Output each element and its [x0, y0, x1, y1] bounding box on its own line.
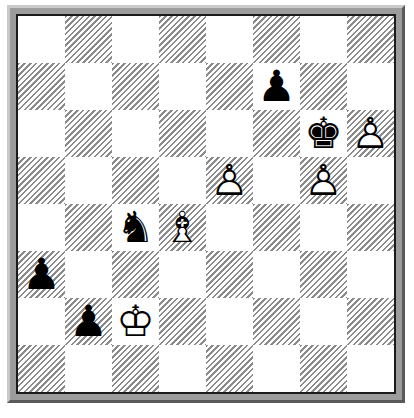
square-b3[interactable]: [65, 251, 112, 298]
square-a3[interactable]: ♟: [18, 251, 65, 298]
square-f4[interactable]: [253, 204, 300, 251]
diagram-page: ♟♚♟♙♟♙♟♙♞♝♗♟♟♚♔: [0, 0, 414, 418]
square-d6[interactable]: [159, 110, 206, 157]
square-d7[interactable]: [159, 63, 206, 110]
piece-white-bishop-icon: ♝♗: [159, 204, 206, 251]
square-c6[interactable]: [112, 110, 159, 157]
square-f3[interactable]: [253, 251, 300, 298]
square-f7[interactable]: ♟: [253, 63, 300, 110]
square-h5[interactable]: [347, 157, 394, 204]
square-g1[interactable]: [300, 345, 347, 392]
square-b7[interactable]: [65, 63, 112, 110]
square-e4[interactable]: [206, 204, 253, 251]
square-c7[interactable]: [112, 63, 159, 110]
square-c3[interactable]: [112, 251, 159, 298]
square-h7[interactable]: [347, 63, 394, 110]
square-f6[interactable]: [253, 110, 300, 157]
square-d3[interactable]: [159, 251, 206, 298]
square-a6[interactable]: [18, 110, 65, 157]
square-e3[interactable]: [206, 251, 253, 298]
piece-glyph: ♔: [112, 298, 159, 345]
square-a5[interactable]: [18, 157, 65, 204]
square-c5[interactable]: [112, 157, 159, 204]
square-h1[interactable]: [347, 345, 394, 392]
square-a2[interactable]: [18, 298, 65, 345]
piece-white-pawn-icon: ♟♙: [300, 157, 347, 204]
square-h4[interactable]: [347, 204, 394, 251]
piece-glyph: ♟: [253, 63, 300, 110]
square-g7[interactable]: [300, 63, 347, 110]
square-e7[interactable]: [206, 63, 253, 110]
square-d1[interactable]: [159, 345, 206, 392]
piece-white-pawn-icon: ♟♙: [347, 110, 394, 157]
piece-glyph: ♗: [159, 204, 206, 251]
square-e6[interactable]: [206, 110, 253, 157]
square-c2[interactable]: ♚♔: [112, 298, 159, 345]
square-g8[interactable]: [300, 16, 347, 63]
square-e1[interactable]: [206, 345, 253, 392]
board-inner-border: ♟♚♟♙♟♙♟♙♞♝♗♟♟♚♔: [16, 14, 396, 394]
square-b2[interactable]: ♟: [65, 298, 112, 345]
piece-glyph: ♚: [300, 110, 347, 157]
square-f8[interactable]: [253, 16, 300, 63]
square-b8[interactable]: [65, 16, 112, 63]
square-c4[interactable]: ♞: [112, 204, 159, 251]
piece-white-king-icon: ♚♔: [112, 298, 159, 345]
piece-black-pawn-icon: ♟: [65, 298, 112, 345]
square-a7[interactable]: [18, 63, 65, 110]
square-g4[interactable]: [300, 204, 347, 251]
piece-glyph: ♟: [18, 251, 65, 298]
piece-white-pawn-icon: ♟♙: [206, 157, 253, 204]
square-b4[interactable]: [65, 204, 112, 251]
square-e5[interactable]: ♟♙: [206, 157, 253, 204]
square-b6[interactable]: [65, 110, 112, 157]
piece-glyph: ♙: [347, 110, 394, 157]
square-d4[interactable]: ♝♗: [159, 204, 206, 251]
chess-board: ♟♚♟♙♟♙♟♙♞♝♗♟♟♚♔: [18, 16, 394, 392]
square-e2[interactable]: [206, 298, 253, 345]
square-a8[interactable]: [18, 16, 65, 63]
square-h8[interactable]: [347, 16, 394, 63]
square-f2[interactable]: [253, 298, 300, 345]
square-h2[interactable]: [347, 298, 394, 345]
square-d8[interactable]: [159, 16, 206, 63]
piece-glyph: ♞: [112, 204, 159, 251]
square-g6[interactable]: ♚: [300, 110, 347, 157]
piece-black-pawn-icon: ♟: [18, 251, 65, 298]
piece-black-pawn-icon: ♟: [253, 63, 300, 110]
piece-glyph: ♟: [65, 298, 112, 345]
square-d2[interactable]: [159, 298, 206, 345]
square-g5[interactable]: ♟♙: [300, 157, 347, 204]
square-c8[interactable]: [112, 16, 159, 63]
square-g3[interactable]: [300, 251, 347, 298]
square-g2[interactable]: [300, 298, 347, 345]
square-e8[interactable]: [206, 16, 253, 63]
board-frame: ♟♚♟♙♟♙♟♙♞♝♗♟♟♚♔: [7, 5, 405, 403]
piece-glyph: ♙: [300, 157, 347, 204]
square-f5[interactable]: [253, 157, 300, 204]
square-h3[interactable]: [347, 251, 394, 298]
square-b1[interactable]: [65, 345, 112, 392]
piece-black-king-icon: ♚: [300, 110, 347, 157]
square-d5[interactable]: [159, 157, 206, 204]
square-h6[interactable]: ♟♙: [347, 110, 394, 157]
square-c1[interactable]: [112, 345, 159, 392]
piece-glyph: ♙: [206, 157, 253, 204]
square-f1[interactable]: [253, 345, 300, 392]
square-a1[interactable]: [18, 345, 65, 392]
square-b5[interactable]: [65, 157, 112, 204]
piece-black-knight-icon: ♞: [112, 204, 159, 251]
square-a4[interactable]: [18, 204, 65, 251]
